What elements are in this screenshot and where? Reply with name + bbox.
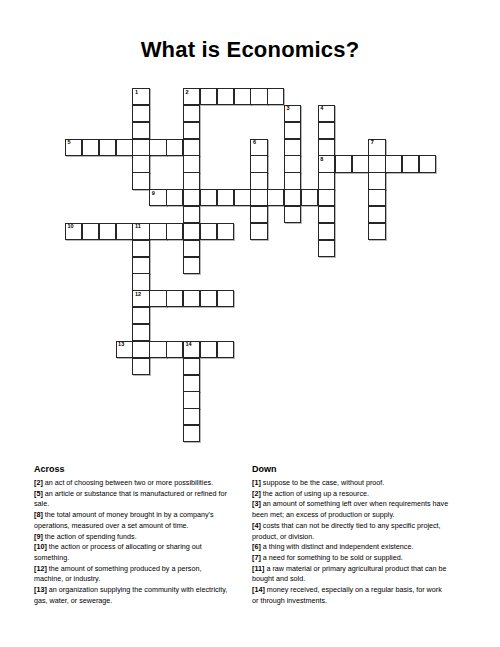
clue-across-13: [13] an organization supplying the commu… bbox=[34, 585, 247, 606]
grid-cell[interactable]: 7 bbox=[368, 139, 385, 156]
grid-cell[interactable] bbox=[200, 189, 217, 206]
across-header: Across bbox=[34, 464, 247, 474]
clue-down-3: [3] an amount of something left over whe… bbox=[252, 499, 471, 520]
clue-number: [13] bbox=[34, 585, 47, 594]
grid-cell-number: 6 bbox=[253, 140, 256, 146]
grid-cell[interactable]: 6 bbox=[250, 139, 267, 156]
grid-cell[interactable] bbox=[183, 391, 200, 408]
grid-cell[interactable] bbox=[183, 240, 200, 257]
clue-number: [5] bbox=[34, 489, 43, 498]
grid-cell[interactable] bbox=[116, 139, 133, 156]
grid-cell[interactable] bbox=[217, 290, 234, 307]
grid-cell[interactable] bbox=[116, 223, 133, 240]
grid-cell[interactable] bbox=[82, 139, 99, 156]
grid-cell[interactable] bbox=[267, 189, 284, 206]
clue-number: [6] bbox=[252, 542, 261, 551]
grid-cell[interactable] bbox=[284, 122, 301, 139]
clue-number: [11] bbox=[252, 564, 264, 573]
clue-across-9: [9] the action of spending funds. bbox=[34, 532, 247, 543]
grid-cell[interactable] bbox=[250, 172, 267, 189]
grid-cell[interactable] bbox=[166, 341, 183, 358]
grid-cell[interactable] bbox=[352, 155, 369, 172]
clue-across-8: [8] the total amount of money brought in… bbox=[34, 510, 247, 531]
puzzle-title: What is Economics? bbox=[0, 37, 500, 63]
grid-cell[interactable] bbox=[82, 223, 99, 240]
clue-across-5: [5] an article or substance that is manu… bbox=[34, 489, 247, 510]
clue-number: [2] bbox=[34, 478, 43, 487]
clue-number: [12] bbox=[34, 564, 47, 573]
crossword-grid: 1234567891011121314 bbox=[65, 88, 437, 443]
clue-text: a need for something to be sold or suppl… bbox=[263, 553, 403, 562]
clue-down-2: [2] the action of using up a resource. bbox=[252, 489, 471, 500]
grid-cell[interactable] bbox=[368, 172, 385, 189]
grid-cell[interactable] bbox=[217, 341, 234, 358]
grid-cell[interactable] bbox=[385, 155, 402, 172]
grid-cell[interactable] bbox=[183, 122, 200, 139]
grid-cell[interactable] bbox=[284, 139, 301, 156]
grid-cell[interactable] bbox=[149, 223, 166, 240]
grid-cell[interactable] bbox=[368, 206, 385, 223]
grid-cell[interactable] bbox=[183, 358, 200, 375]
clue-number: [8] bbox=[34, 510, 43, 519]
grid-cell[interactable] bbox=[166, 139, 183, 156]
clue-number: [2] bbox=[252, 489, 261, 498]
grid-cell[interactable] bbox=[183, 375, 200, 392]
grid-cell[interactable] bbox=[200, 290, 217, 307]
grid-cell[interactable] bbox=[250, 88, 267, 105]
clue-down-14: [14] money received, especially on a reg… bbox=[252, 585, 471, 606]
grid-cell-number: 4 bbox=[320, 106, 323, 112]
grid-cell[interactable] bbox=[284, 172, 301, 189]
grid-cell-number: 5 bbox=[68, 140, 71, 146]
grid-cell[interactable] bbox=[132, 105, 149, 122]
grid-cell[interactable] bbox=[200, 341, 217, 358]
grid-cell[interactable] bbox=[267, 88, 284, 105]
grid-cell[interactable] bbox=[99, 223, 116, 240]
grid-cell[interactable] bbox=[132, 155, 149, 172]
grid-cell-number: 7 bbox=[371, 140, 374, 146]
clue-number: [9] bbox=[34, 532, 43, 541]
grid-cell[interactable] bbox=[217, 189, 234, 206]
grid-cell[interactable] bbox=[183, 139, 200, 156]
grid-cell[interactable]: 1 bbox=[132, 88, 149, 105]
grid-cell[interactable] bbox=[183, 105, 200, 122]
grid-cell[interactable]: 9 bbox=[149, 189, 166, 206]
grid-cell[interactable] bbox=[200, 223, 217, 240]
grid-cell[interactable] bbox=[368, 155, 385, 172]
grid-cell[interactable] bbox=[149, 290, 166, 307]
grid-cell[interactable] bbox=[183, 290, 200, 307]
grid-cell[interactable] bbox=[284, 155, 301, 172]
clue-down-6: [6] a thing with distinct and independen… bbox=[252, 542, 471, 553]
grid-cell[interactable]: 5 bbox=[65, 139, 82, 156]
grid-cell[interactable] bbox=[318, 206, 335, 223]
clue-number: [1] bbox=[252, 478, 261, 487]
grid-cell[interactable] bbox=[132, 307, 149, 324]
grid-cell[interactable] bbox=[318, 240, 335, 257]
clue-down-7: [7] a need for something to be sold or s… bbox=[252, 553, 471, 564]
grid-cell-number: 12 bbox=[135, 292, 141, 298]
grid-cell[interactable] bbox=[166, 223, 183, 240]
grid-cell[interactable]: 4 bbox=[318, 105, 335, 122]
grid-cell[interactable] bbox=[132, 139, 149, 156]
grid-cell[interactable] bbox=[183, 155, 200, 172]
grid-cell[interactable] bbox=[183, 206, 200, 223]
clue-text: a thing with distinct and independent ex… bbox=[263, 542, 414, 551]
grid-cell[interactable]: 12 bbox=[132, 290, 149, 307]
clue-text: the action or process of allocating or s… bbox=[34, 542, 202, 562]
grid-cell[interactable] bbox=[402, 155, 419, 172]
clue-down-4: [4] costs that can not be directly tied … bbox=[252, 521, 471, 542]
clue-text: suppose to be the case, without proof. bbox=[263, 478, 384, 487]
clue-text: an article or substance that is manufact… bbox=[34, 489, 227, 509]
grid-cell[interactable] bbox=[217, 88, 234, 105]
clue-text: an amount of something left over when re… bbox=[252, 499, 448, 519]
grid-cell[interactable] bbox=[132, 122, 149, 139]
grid-cell[interactable] bbox=[132, 358, 149, 375]
grid-cell[interactable] bbox=[284, 206, 301, 223]
grid-cell[interactable] bbox=[318, 122, 335, 139]
grid-cell[interactable] bbox=[183, 172, 200, 189]
grid-cell[interactable] bbox=[132, 341, 149, 358]
grid-cell[interactable] bbox=[318, 139, 335, 156]
grid-cell[interactable] bbox=[318, 172, 335, 189]
grid-cell[interactable] bbox=[318, 189, 335, 206]
grid-cell[interactable] bbox=[132, 240, 149, 257]
grid-cell-number: 10 bbox=[68, 224, 74, 230]
grid-cell[interactable] bbox=[200, 88, 217, 105]
clue-across-12: [12] the amount of something produced by… bbox=[34, 564, 247, 585]
grid-cell[interactable] bbox=[132, 324, 149, 341]
clue-text: money received, especially on a regular … bbox=[252, 585, 442, 605]
grid-cell[interactable]: 8 bbox=[318, 155, 335, 172]
clue-across-10: [10] the action or process of allocating… bbox=[34, 542, 247, 563]
across-clues-section: Across [2] an act of choosing between tw… bbox=[34, 464, 247, 606]
grid-cell[interactable] bbox=[99, 139, 116, 156]
grid-cell[interactable] bbox=[419, 155, 436, 172]
grid-cell[interactable]: 11 bbox=[132, 223, 149, 240]
grid-cell[interactable] bbox=[166, 290, 183, 307]
grid-cell[interactable] bbox=[183, 189, 200, 206]
grid-cell[interactable] bbox=[183, 408, 200, 425]
grid-cell[interactable] bbox=[149, 341, 166, 358]
clue-number: [3] bbox=[252, 499, 261, 508]
grid-cell-number: 9 bbox=[152, 191, 155, 197]
grid-cell-number: 1 bbox=[135, 90, 138, 96]
grid-cell-number: 13 bbox=[118, 342, 124, 348]
grid-cell[interactable]: 13 bbox=[116, 341, 133, 358]
grid-cell[interactable] bbox=[132, 172, 149, 189]
grid-cell[interactable] bbox=[183, 257, 200, 274]
grid-cell[interactable]: 2 bbox=[183, 88, 200, 105]
clue-number: [7] bbox=[252, 553, 261, 562]
clue-number: [10] bbox=[34, 542, 47, 551]
grid-cell-number: 2 bbox=[186, 90, 189, 96]
grid-cell[interactable] bbox=[234, 88, 251, 105]
grid-cell-number: 11 bbox=[135, 224, 141, 230]
clue-text: the total amount of money brought in by … bbox=[34, 510, 214, 530]
grid-cell-number: 14 bbox=[186, 342, 192, 348]
grid-cell[interactable] bbox=[250, 223, 267, 240]
clue-text: the amount of something produced by a pe… bbox=[34, 564, 201, 584]
grid-cell[interactable] bbox=[183, 223, 200, 240]
grid-cell-number: 8 bbox=[320, 157, 323, 163]
grid-cell[interactable] bbox=[250, 189, 267, 206]
clue-down-11: [11] a raw material or primary agricultu… bbox=[252, 564, 471, 585]
grid-cell[interactable] bbox=[149, 139, 166, 156]
clue-text: the action of spending funds. bbox=[45, 532, 137, 541]
clue-text: an organization supplying the community … bbox=[34, 585, 227, 605]
grid-cell[interactable]: 10 bbox=[65, 223, 82, 240]
clue-number: [4] bbox=[252, 521, 261, 530]
clue-text: an act of choosing between two or more p… bbox=[45, 478, 213, 487]
grid-cell[interactable] bbox=[132, 273, 149, 290]
grid-cell[interactable]: 14 bbox=[183, 341, 200, 358]
grid-cell[interactable] bbox=[132, 257, 149, 274]
grid-cell[interactable] bbox=[250, 155, 267, 172]
grid-cell[interactable] bbox=[335, 155, 352, 172]
clue-across-2: [2] an act of choosing between two or mo… bbox=[34, 478, 247, 489]
grid-cell[interactable] bbox=[301, 189, 318, 206]
grid-cell[interactable] bbox=[284, 189, 301, 206]
grid-cell[interactable] bbox=[368, 223, 385, 240]
grid-cell[interactable] bbox=[368, 189, 385, 206]
clue-text: costs that can not be directly tied to a… bbox=[252, 521, 441, 541]
clue-text: the action of using up a resource. bbox=[263, 489, 369, 498]
grid-cell[interactable] bbox=[217, 223, 234, 240]
grid-cell[interactable] bbox=[250, 206, 267, 223]
clue-text: a raw material or primary agricultural p… bbox=[252, 564, 447, 584]
grid-cell[interactable] bbox=[166, 189, 183, 206]
grid-cell[interactable] bbox=[318, 223, 335, 240]
grid-cell[interactable] bbox=[183, 425, 200, 442]
down-clues-section: Down [1] suppose to be the case, without… bbox=[252, 464, 471, 606]
clue-down-1: [1] suppose to be the case, without proo… bbox=[252, 478, 471, 489]
clue-number: [14] bbox=[252, 585, 265, 594]
grid-cell-number: 3 bbox=[287, 106, 290, 112]
crossword-page: What is Economics? 1234567891011121314 A… bbox=[0, 0, 500, 647]
grid-cell[interactable] bbox=[234, 189, 251, 206]
down-header: Down bbox=[252, 464, 471, 474]
grid-cell[interactable]: 3 bbox=[284, 105, 301, 122]
